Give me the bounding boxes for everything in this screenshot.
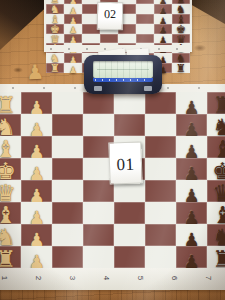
square-h7: ♟ <box>176 92 207 114</box>
square-g1: ♞ <box>46 4 64 14</box>
rank-label-2: 2 <box>30 261 44 295</box>
square-f8: ♝ <box>207 136 225 158</box>
square-f6 <box>136 14 154 24</box>
board-01: ♜♟♟♜♞♟♟♞♝♟♟♝♚♟♟♚♛♟♟♛♝♟♟♝♞♟♟♞♜♟♟♜ 1234567… <box>0 84 225 290</box>
board-number-card-02: 02 <box>97 2 123 30</box>
rank-label-1: 1 <box>0 261 10 295</box>
square-b8: ♞ <box>172 53 190 63</box>
square-f2: ♟ <box>21 136 52 158</box>
tournament-table-photo: ♜♟♟♜♞♟♟♞♝♟♟♝♚♟♟♚♛♟♟♛♝♟♟♝♞♟♟♞♜♟♟♜ ♟ ♜♟♟♜♞… <box>0 0 225 300</box>
square-c8: ♝ <box>207 202 225 224</box>
square-d5 <box>118 34 136 44</box>
square-e2: ♟ <box>21 158 52 180</box>
board-01-rank-labels: 12345678 <box>0 271 225 285</box>
square-c3 <box>52 202 83 224</box>
square-a2: ♟ <box>64 63 82 73</box>
square-h2: ♟ <box>21 92 52 114</box>
square-d2: ♟ <box>21 180 52 202</box>
square-d7: ♟ <box>176 180 207 202</box>
square-g6 <box>136 4 154 14</box>
square-a1: ♜ <box>46 63 64 73</box>
square-h1: ♜ <box>0 92 21 114</box>
square-e1: ♚ <box>46 24 64 34</box>
square-f7: ♟ <box>176 136 207 158</box>
square-b8: ♞ <box>207 224 225 246</box>
square-f7: ♟ <box>154 14 172 24</box>
square-d8: ♛ <box>172 34 190 44</box>
square-f1: ♝ <box>0 136 21 158</box>
square-b4 <box>83 224 114 246</box>
square-g8: ♞ <box>172 4 190 14</box>
square-a8: ♜ <box>172 63 190 73</box>
square-f8: ♝ <box>172 14 190 24</box>
square-d4 <box>100 34 118 44</box>
rank-label-6: 6 <box>166 261 180 295</box>
square-c5 <box>114 202 145 224</box>
rank-label-5: 5 <box>132 261 146 295</box>
clock-button[interactable] <box>144 86 152 91</box>
square-d3 <box>52 180 83 202</box>
square-c7: ♟ <box>176 202 207 224</box>
board-number-01: 01 <box>116 155 135 176</box>
square-e8: ♚ <box>207 158 225 180</box>
square-d2: ♟ <box>64 34 82 44</box>
black-rook-icon: ♜ <box>176 64 186 74</box>
clock-blue-stripe <box>93 78 153 82</box>
square-e6 <box>145 158 176 180</box>
square-c6 <box>145 202 176 224</box>
square-b3 <box>52 224 83 246</box>
square-g1: ♞ <box>0 114 21 136</box>
square-g8: ♞ <box>207 114 225 136</box>
square-d1: ♛ <box>46 34 64 44</box>
square-d7: ♟ <box>154 34 172 44</box>
square-b2: ♟ <box>21 224 52 246</box>
square-g2: ♟ <box>64 4 82 14</box>
square-g5 <box>114 114 145 136</box>
square-b6 <box>145 224 176 246</box>
clock-lcd-display <box>93 61 153 78</box>
square-b1: ♞ <box>46 53 64 63</box>
white-rook-icon: ♜ <box>50 64 60 74</box>
rank-label-7: 7 <box>200 261 214 295</box>
square-f2: ♟ <box>64 14 82 24</box>
square-b2: ♟ <box>64 53 82 63</box>
square-e7: ♟ <box>154 24 172 34</box>
white-pawn-icon: ♟ <box>69 66 77 74</box>
square-c2: ♟ <box>21 202 52 224</box>
square-g7: ♟ <box>176 114 207 136</box>
square-d8: ♛ <box>207 180 225 202</box>
square-g2: ♟ <box>21 114 52 136</box>
square-f6 <box>145 136 176 158</box>
square-d3 <box>82 34 100 44</box>
square-g4 <box>83 114 114 136</box>
board-number-card-01: 01 <box>108 141 142 184</box>
chess-clock[interactable] <box>84 55 162 94</box>
square-d1: ♛ <box>0 180 21 202</box>
spare-pawn-icon: ♟ <box>25 62 44 83</box>
square-g3 <box>52 114 83 136</box>
square-g7: ♟ <box>154 4 172 14</box>
square-e8: ♚ <box>172 24 190 34</box>
square-f1: ♝ <box>46 14 64 24</box>
square-c1: ♝ <box>0 202 21 224</box>
square-d6 <box>145 180 176 202</box>
square-c4 <box>83 202 114 224</box>
clock-button[interactable] <box>94 86 102 91</box>
square-b1: ♞ <box>0 224 21 246</box>
square-f3 <box>52 136 83 158</box>
square-g6 <box>145 114 176 136</box>
square-e6 <box>136 24 154 34</box>
square-h8: ♜ <box>207 92 225 114</box>
rank-label-4: 4 <box>98 261 112 295</box>
square-e1: ♚ <box>0 158 21 180</box>
square-b5 <box>114 224 145 246</box>
board-number-02: 02 <box>104 7 116 22</box>
square-e3 <box>52 158 83 180</box>
square-e2: ♟ <box>64 24 82 34</box>
rank-label-3: 3 <box>64 261 78 295</box>
square-d6 <box>136 34 154 44</box>
square-b7: ♟ <box>176 224 207 246</box>
square-e7: ♟ <box>176 158 207 180</box>
